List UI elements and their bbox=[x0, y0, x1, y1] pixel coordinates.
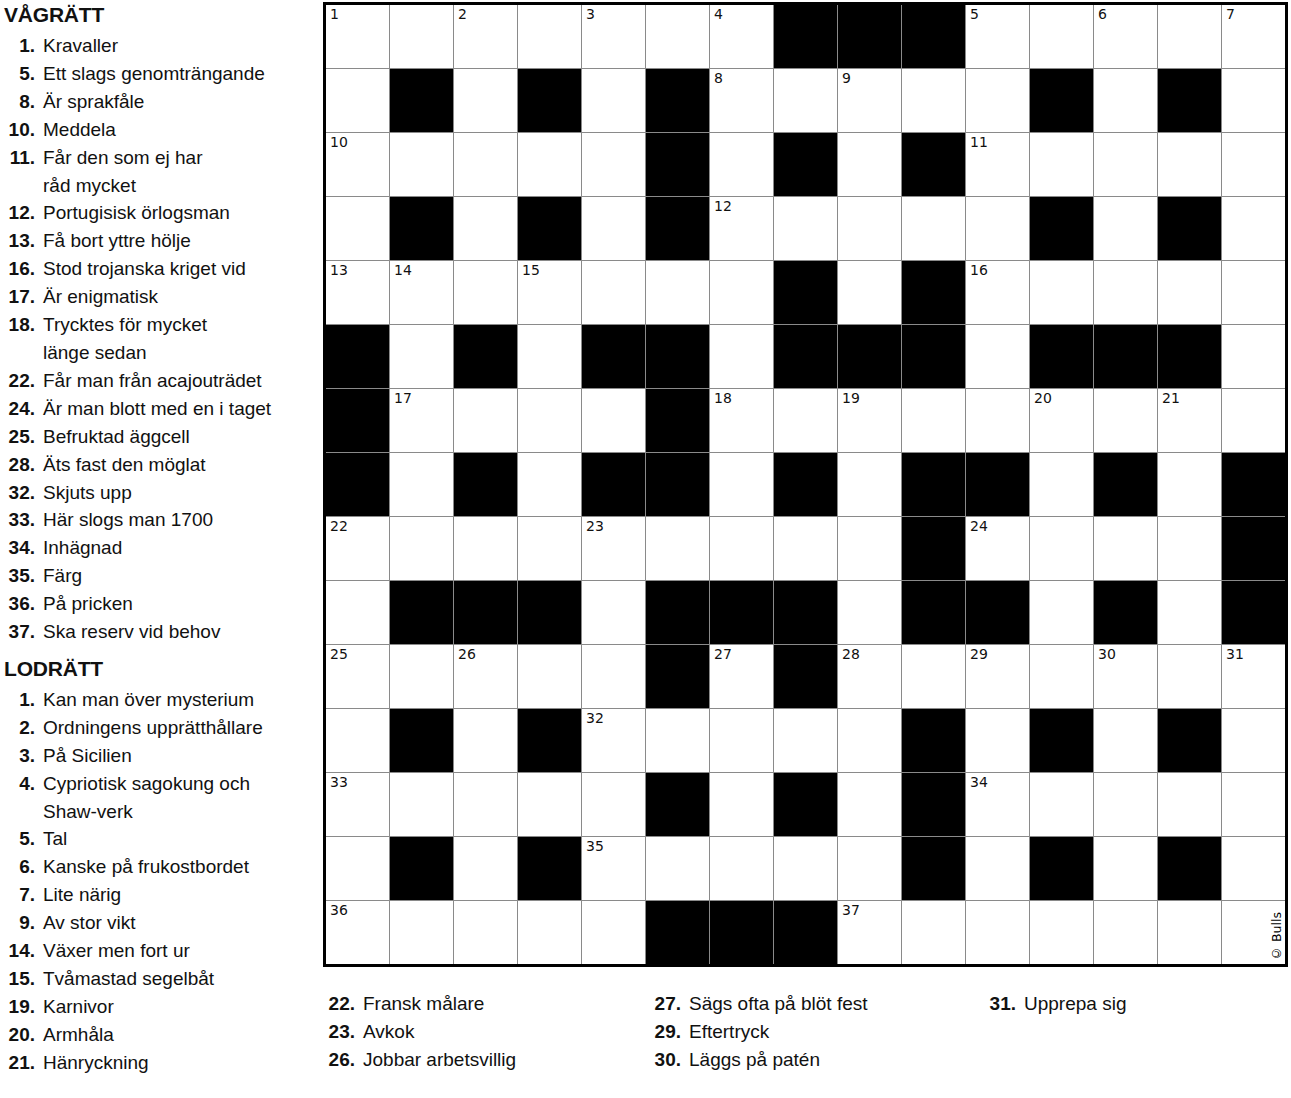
grid-cell[interactable] bbox=[1094, 69, 1157, 132]
grid-cell[interactable]: 31 bbox=[1222, 645, 1285, 708]
clue-item: 6.Kanske på frukostbordet bbox=[4, 853, 320, 881]
grid-cell[interactable]: 4 bbox=[710, 5, 773, 68]
grid-cell[interactable] bbox=[710, 517, 773, 580]
grid-cell[interactable]: 5 bbox=[966, 5, 1029, 68]
clue-text: Ska reserv vid behov bbox=[43, 618, 220, 646]
clue-item: 24.Är man blott med en i taget bbox=[4, 395, 320, 423]
clue-item: 28.Äts fast den möglat bbox=[4, 451, 320, 479]
grid-cell[interactable] bbox=[1222, 197, 1285, 260]
clue-number: 21. bbox=[4, 1049, 35, 1077]
grid-cell[interactable]: 13 bbox=[326, 261, 389, 324]
grid-cell[interactable] bbox=[582, 581, 645, 644]
grid-cell[interactable] bbox=[710, 837, 773, 900]
grid-cell[interactable] bbox=[774, 69, 837, 132]
grid-cell[interactable] bbox=[1094, 517, 1157, 580]
grid-cell[interactable] bbox=[902, 645, 965, 708]
grid-cell[interactable] bbox=[774, 517, 837, 580]
black-cell bbox=[1158, 709, 1221, 772]
grid-cell[interactable] bbox=[902, 197, 965, 260]
clue-text: Får man från acajouträdet bbox=[43, 367, 262, 395]
black-cell bbox=[1158, 69, 1221, 132]
black-cell bbox=[902, 837, 965, 900]
grid-cell[interactable]: 22 bbox=[326, 517, 389, 580]
grid-cell[interactable] bbox=[1030, 453, 1093, 516]
grid-cell[interactable] bbox=[710, 325, 773, 388]
black-cell bbox=[326, 325, 389, 388]
grid-cell[interactable] bbox=[646, 261, 709, 324]
grid-cell[interactable] bbox=[838, 133, 901, 196]
clue-number: 1. bbox=[4, 686, 35, 714]
clue-number: 7. bbox=[4, 881, 35, 909]
clue-number: 9. bbox=[4, 909, 35, 937]
grid-cell[interactable]: 28 bbox=[838, 645, 901, 708]
clue-text: Är sprakfåle bbox=[43, 88, 144, 116]
grid-cell[interactable] bbox=[1094, 197, 1157, 260]
clue-text: Sägs ofta på blöt fest bbox=[689, 990, 868, 1018]
cell-number: 30 bbox=[1098, 645, 1116, 663]
cell-number: 19 bbox=[842, 389, 860, 407]
clue-text: Stod trojanska kriget vid bbox=[43, 255, 246, 283]
across-title: VÅGRÄTT bbox=[4, 2, 320, 28]
cell-number: 12 bbox=[714, 197, 732, 215]
clue-item: 29.Eftertryck bbox=[650, 1018, 980, 1046]
clue-text: Kan man över mysterium bbox=[43, 686, 254, 714]
grid-cell[interactable]: 16 bbox=[966, 261, 1029, 324]
down-title: LODRÄTT bbox=[4, 656, 320, 682]
grid-cell[interactable] bbox=[838, 261, 901, 324]
clue-text: På Sicilien bbox=[43, 742, 132, 770]
clue-text: Tal bbox=[43, 825, 67, 853]
grid-cell[interactable] bbox=[838, 517, 901, 580]
cell-number: 17 bbox=[394, 389, 412, 407]
grid-cell[interactable] bbox=[1222, 69, 1285, 132]
cell-number: 35 bbox=[586, 837, 604, 855]
grid-cell[interactable] bbox=[1222, 773, 1285, 836]
grid-cell[interactable] bbox=[1222, 133, 1285, 196]
clue-item: 2.Ordningens upprätthållare bbox=[4, 714, 320, 742]
grid-cell[interactable] bbox=[966, 901, 1029, 964]
clue-item: 26.Jobbar arbetsvillig bbox=[324, 1046, 644, 1074]
grid-cell[interactable] bbox=[902, 901, 965, 964]
grid-cell[interactable]: 30 bbox=[1094, 645, 1157, 708]
black-cell bbox=[902, 133, 965, 196]
clue-text: Kravaller bbox=[43, 32, 118, 60]
clue-item: 18.Trycktes för mycketlänge sedan bbox=[4, 311, 320, 367]
grid-cell[interactable]: 21 bbox=[1158, 389, 1221, 452]
clue-number: 6. bbox=[4, 853, 35, 881]
cell-number: 5 bbox=[970, 5, 979, 23]
black-cell bbox=[838, 325, 901, 388]
grid-cell[interactable] bbox=[1158, 517, 1221, 580]
black-cell bbox=[518, 709, 581, 772]
grid-cell[interactable] bbox=[1222, 325, 1285, 388]
grid-cell[interactable] bbox=[1030, 645, 1093, 708]
black-cell bbox=[646, 773, 709, 836]
cell-number: 16 bbox=[970, 261, 988, 279]
grid-cell[interactable] bbox=[1094, 901, 1157, 964]
grid-cell[interactable]: 26 bbox=[454, 645, 517, 708]
grid-cell[interactable]: 10 bbox=[326, 133, 389, 196]
grid-cell[interactable]: 11 bbox=[966, 133, 1029, 196]
clue-item: 35.Färg bbox=[4, 562, 320, 590]
grid-cell[interactable]: 33 bbox=[326, 773, 389, 836]
clue-item: 5.Ett slags genomträngande bbox=[4, 60, 320, 88]
grid-cell[interactable] bbox=[646, 709, 709, 772]
grid-cell[interactable] bbox=[454, 837, 517, 900]
grid-cell[interactable] bbox=[1158, 453, 1221, 516]
cell-number: 37 bbox=[842, 901, 860, 919]
clue-number: 4. bbox=[4, 770, 35, 798]
copyright-bulls: © Bulls bbox=[1269, 912, 1284, 961]
grid-cell[interactable]: 18 bbox=[710, 389, 773, 452]
grid-cell[interactable] bbox=[582, 645, 645, 708]
grid-cell[interactable] bbox=[1094, 133, 1157, 196]
grid-cell[interactable]: 6 bbox=[1094, 5, 1157, 68]
grid-cell[interactable] bbox=[710, 709, 773, 772]
clue-item: 1.Kan man över mysterium bbox=[4, 686, 320, 714]
grid-cell[interactable] bbox=[838, 581, 901, 644]
clue-text: Få bort yttre hölje bbox=[43, 227, 191, 255]
grid-cell[interactable] bbox=[390, 325, 453, 388]
grid-cell[interactable] bbox=[966, 709, 1029, 772]
grid-cell[interactable] bbox=[582, 261, 645, 324]
grid-cell[interactable] bbox=[390, 901, 453, 964]
grid-cell[interactable] bbox=[1030, 133, 1093, 196]
black-cell bbox=[902, 5, 965, 68]
grid-cell[interactable] bbox=[838, 197, 901, 260]
cell-number: 9 bbox=[842, 69, 851, 87]
clue-item: 16.Stod trojanska kriget vid bbox=[4, 255, 320, 283]
grid-cell[interactable]: 15 bbox=[518, 261, 581, 324]
grid-cell[interactable] bbox=[1158, 645, 1221, 708]
across-clues: 1.Kravaller5.Ett slags genomträngande8.Ä… bbox=[4, 32, 320, 646]
clue-item: 3.På Sicilien bbox=[4, 742, 320, 770]
grid-cell[interactable] bbox=[390, 517, 453, 580]
grid-cell[interactable] bbox=[838, 709, 901, 772]
grid-cell[interactable] bbox=[582, 197, 645, 260]
cell-number: 20 bbox=[1034, 389, 1052, 407]
clue-number: 8. bbox=[4, 88, 35, 116]
clue-number: 22. bbox=[4, 367, 35, 395]
clue-text: Lite närig bbox=[43, 881, 121, 909]
grid-cell[interactable] bbox=[582, 69, 645, 132]
grid-cell[interactable] bbox=[1030, 901, 1093, 964]
grid-cell[interactable] bbox=[326, 69, 389, 132]
grid-cell[interactable] bbox=[518, 901, 581, 964]
grid-cell[interactable]: 2 bbox=[454, 5, 517, 68]
black-cell bbox=[774, 581, 837, 644]
grid-cell[interactable]: 14 bbox=[390, 261, 453, 324]
grid-cell[interactable] bbox=[390, 5, 453, 68]
grid-cell[interactable] bbox=[902, 69, 965, 132]
down-clues-bottom-col-3: 31.Upprepa sig bbox=[985, 990, 1285, 1018]
crossword-grid[interactable]: © Bulls 12345678910111213141516171819202… bbox=[323, 2, 1288, 967]
clue-item: 34.Inhägnad bbox=[4, 534, 320, 562]
clue-item: 12.Portugisisk örlogsman bbox=[4, 199, 320, 227]
black-cell bbox=[326, 389, 389, 452]
grid-cell[interactable] bbox=[710, 453, 773, 516]
grid-cell[interactable] bbox=[710, 261, 773, 324]
grid-cell[interactable] bbox=[966, 837, 1029, 900]
grid-cell[interactable] bbox=[390, 133, 453, 196]
black-cell bbox=[1222, 581, 1285, 644]
black-cell bbox=[518, 69, 581, 132]
grid-cell[interactable]: 7 bbox=[1222, 5, 1285, 68]
black-cell bbox=[390, 197, 453, 260]
grid-cell[interactable] bbox=[1158, 133, 1221, 196]
grid-cell[interactable] bbox=[1158, 581, 1221, 644]
grid-cell[interactable] bbox=[1030, 5, 1093, 68]
grid-cell[interactable] bbox=[518, 773, 581, 836]
grid-cell[interactable]: 8 bbox=[710, 69, 773, 132]
grid-cell[interactable] bbox=[966, 389, 1029, 452]
clue-number: 20. bbox=[4, 1021, 35, 1049]
cell-number: 13 bbox=[330, 261, 348, 279]
black-cell bbox=[710, 901, 773, 964]
clue-number: 37. bbox=[4, 618, 35, 646]
grid-cell[interactable] bbox=[1158, 5, 1221, 68]
grid-cell[interactable] bbox=[326, 197, 389, 260]
clue-text: Växer men fort ur bbox=[43, 937, 190, 965]
cell-number: 3 bbox=[586, 5, 595, 23]
grid-cell[interactable]: 23 bbox=[582, 517, 645, 580]
clue-number: 13. bbox=[4, 227, 35, 255]
grid-cell[interactable]: 20 bbox=[1030, 389, 1093, 452]
cell-number: 26 bbox=[458, 645, 476, 663]
cell-number: 4 bbox=[714, 5, 723, 23]
clue-number: 33. bbox=[4, 506, 35, 534]
grid-cell[interactable]: 25 bbox=[326, 645, 389, 708]
cell-number: 22 bbox=[330, 517, 348, 535]
grid-cell[interactable] bbox=[1094, 261, 1157, 324]
black-cell bbox=[518, 581, 581, 644]
clue-text: Hänryckning bbox=[43, 1049, 149, 1077]
grid-cell[interactable] bbox=[518, 645, 581, 708]
black-cell bbox=[646, 133, 709, 196]
grid-cell[interactable] bbox=[774, 197, 837, 260]
black-cell bbox=[454, 581, 517, 644]
clue-number: 36. bbox=[4, 590, 35, 618]
black-cell bbox=[646, 69, 709, 132]
clue-item: 4.Cypriotisk sagokung ochShaw-verk bbox=[4, 770, 320, 826]
black-cell bbox=[838, 5, 901, 68]
grid-cell[interactable] bbox=[582, 133, 645, 196]
clue-item: 5.Tal bbox=[4, 825, 320, 853]
grid-cell[interactable] bbox=[646, 5, 709, 68]
grid-cell[interactable] bbox=[646, 837, 709, 900]
black-cell bbox=[902, 581, 965, 644]
down-clues-bottom-col-1: 22.Fransk målare23.Avkok26.Jobbar arbets… bbox=[324, 990, 644, 1074]
black-cell bbox=[390, 581, 453, 644]
cell-number: 14 bbox=[394, 261, 412, 279]
grid-cell[interactable] bbox=[966, 325, 1029, 388]
black-cell bbox=[646, 325, 709, 388]
grid-cell[interactable]: 12 bbox=[710, 197, 773, 260]
black-cell bbox=[1222, 517, 1285, 580]
black-cell bbox=[390, 709, 453, 772]
grid-cell[interactable] bbox=[1222, 261, 1285, 324]
clue-text: Meddela bbox=[43, 116, 116, 144]
grid-cell[interactable] bbox=[1094, 837, 1157, 900]
black-cell bbox=[1030, 197, 1093, 260]
grid-cell[interactable]: 19 bbox=[838, 389, 901, 452]
grid-cell[interactable] bbox=[518, 133, 581, 196]
black-cell bbox=[902, 453, 965, 516]
grid-cell[interactable] bbox=[390, 645, 453, 708]
clue-item: 13.Få bort yttre hölje bbox=[4, 227, 320, 255]
grid-cell[interactable] bbox=[582, 773, 645, 836]
cell-number: 2 bbox=[458, 5, 467, 23]
clue-number: 26. bbox=[324, 1046, 355, 1074]
clue-text: Upprepa sig bbox=[1024, 990, 1126, 1018]
grid-cell[interactable] bbox=[1030, 517, 1093, 580]
grid-cell[interactable] bbox=[454, 261, 517, 324]
grid-cell[interactable] bbox=[710, 773, 773, 836]
cell-number: 25 bbox=[330, 645, 348, 663]
black-cell bbox=[1030, 69, 1093, 132]
clue-number: 1. bbox=[4, 32, 35, 60]
grid-cell[interactable]: 17 bbox=[390, 389, 453, 452]
grid-cell[interactable]: 9 bbox=[838, 69, 901, 132]
clue-item: 21.Hänryckning bbox=[4, 1049, 320, 1077]
clue-text: Tvåmastad segelbåt bbox=[43, 965, 214, 993]
clue-item: 10.Meddela bbox=[4, 116, 320, 144]
grid-cell[interactable] bbox=[518, 389, 581, 452]
clue-number: 31. bbox=[985, 990, 1016, 1018]
black-cell bbox=[454, 325, 517, 388]
clue-number: 17. bbox=[4, 283, 35, 311]
clue-item: 14.Växer men fort ur bbox=[4, 937, 320, 965]
grid-cell[interactable] bbox=[326, 837, 389, 900]
grid-cell[interactable] bbox=[582, 901, 645, 964]
grid-cell[interactable] bbox=[774, 837, 837, 900]
grid-cell[interactable] bbox=[1222, 837, 1285, 900]
grid-cell[interactable]: 24 bbox=[966, 517, 1029, 580]
clue-item: 37.Ska reserv vid behov bbox=[4, 618, 320, 646]
grid-cell[interactable] bbox=[1158, 901, 1221, 964]
grid-cell[interactable] bbox=[1030, 261, 1093, 324]
clue-text: Avkok bbox=[363, 1018, 414, 1046]
grid-cell[interactable]: 29 bbox=[966, 645, 1029, 708]
grid-cell[interactable] bbox=[1030, 581, 1093, 644]
clue-text: På pricken bbox=[43, 590, 133, 618]
black-cell bbox=[902, 325, 965, 388]
grid-cell[interactable]: 37 bbox=[838, 901, 901, 964]
clue-number: 5. bbox=[4, 825, 35, 853]
grid-cell[interactable] bbox=[454, 389, 517, 452]
clue-text: Eftertryck bbox=[689, 1018, 769, 1046]
clue-item: 22.Fransk målare bbox=[324, 990, 644, 1018]
cell-number: 10 bbox=[330, 133, 348, 151]
clue-text: Färg bbox=[43, 562, 82, 590]
grid-cell[interactable] bbox=[774, 709, 837, 772]
black-cell bbox=[902, 261, 965, 324]
clue-number: 15. bbox=[4, 965, 35, 993]
grid-cell[interactable] bbox=[1158, 261, 1221, 324]
grid-cell[interactable] bbox=[518, 5, 581, 68]
grid-cell[interactable]: 1 bbox=[326, 5, 389, 68]
grid-cell[interactable] bbox=[390, 773, 453, 836]
grid-cell[interactable]: 34 bbox=[966, 773, 1029, 836]
black-cell bbox=[774, 901, 837, 964]
grid-cell[interactable] bbox=[1222, 389, 1285, 452]
clue-text: Jobbar arbetsvillig bbox=[363, 1046, 516, 1074]
black-cell bbox=[1030, 837, 1093, 900]
grid-cell[interactable] bbox=[326, 709, 389, 772]
clue-item: 1.Kravaller bbox=[4, 32, 320, 60]
clue-item: 15.Tvåmastad segelbåt bbox=[4, 965, 320, 993]
grid-cell[interactable] bbox=[454, 133, 517, 196]
grid-cell[interactable] bbox=[518, 517, 581, 580]
grid-cell[interactable] bbox=[454, 517, 517, 580]
grid-cell[interactable] bbox=[1222, 709, 1285, 772]
grid-cell[interactable] bbox=[1094, 773, 1157, 836]
grid-cell[interactable] bbox=[390, 453, 453, 516]
clue-number: 5. bbox=[4, 60, 35, 88]
grid-cell[interactable] bbox=[966, 197, 1029, 260]
cell-number: 18 bbox=[714, 389, 732, 407]
clue-item: 22.Får man från acajouträdet bbox=[4, 367, 320, 395]
grid-cell[interactable] bbox=[838, 453, 901, 516]
grid-cell[interactable] bbox=[902, 389, 965, 452]
grid-cell[interactable] bbox=[966, 69, 1029, 132]
black-cell bbox=[646, 901, 709, 964]
clue-item: 23.Avkok bbox=[324, 1018, 644, 1046]
grid-cell[interactable] bbox=[454, 901, 517, 964]
clue-number: 35. bbox=[4, 562, 35, 590]
clue-text: Befruktad äggcell bbox=[43, 423, 190, 451]
grid-cell[interactable]: 27 bbox=[710, 645, 773, 708]
cell-number: 34 bbox=[970, 773, 988, 791]
grid-cell[interactable] bbox=[582, 389, 645, 452]
grid-cell[interactable] bbox=[518, 325, 581, 388]
grid-cell[interactable] bbox=[1094, 389, 1157, 452]
black-cell bbox=[1094, 453, 1157, 516]
grid-cell[interactable] bbox=[454, 709, 517, 772]
grid-cell[interactable] bbox=[838, 837, 901, 900]
grid-cell[interactable] bbox=[1030, 773, 1093, 836]
grid-cell[interactable] bbox=[518, 453, 581, 516]
grid-cell[interactable] bbox=[710, 133, 773, 196]
grid-cell[interactable] bbox=[454, 197, 517, 260]
clue-item: 17.Är enigmatisk bbox=[4, 283, 320, 311]
grid-cell[interactable] bbox=[838, 773, 901, 836]
grid-cell[interactable]: 36 bbox=[326, 901, 389, 964]
grid-cell[interactable] bbox=[774, 389, 837, 452]
black-cell bbox=[774, 133, 837, 196]
grid-cell[interactable] bbox=[454, 773, 517, 836]
black-cell bbox=[1158, 197, 1221, 260]
clue-item: 25.Befruktad äggcell bbox=[4, 423, 320, 451]
grid-cell[interactable] bbox=[1158, 773, 1221, 836]
grid-cell[interactable] bbox=[326, 581, 389, 644]
grid-cell[interactable]: 3 bbox=[582, 5, 645, 68]
clue-item: 36.På pricken bbox=[4, 590, 320, 618]
grid-cell[interactable] bbox=[646, 517, 709, 580]
clue-item: 31.Upprepa sig bbox=[985, 990, 1285, 1018]
cell-number: 7 bbox=[1226, 5, 1235, 23]
clue-number: 32. bbox=[4, 479, 35, 507]
clue-number: 23. bbox=[324, 1018, 355, 1046]
black-cell bbox=[1222, 453, 1285, 516]
clue-text: Är enigmatisk bbox=[43, 283, 158, 311]
grid-cell[interactable] bbox=[1094, 709, 1157, 772]
grid-cell[interactable]: 32 bbox=[582, 709, 645, 772]
grid-cell[interactable]: 35 bbox=[582, 837, 645, 900]
grid-cell[interactable] bbox=[454, 69, 517, 132]
clue-number: 14. bbox=[4, 937, 35, 965]
clue-text: Ordningens upprätthållare bbox=[43, 714, 263, 742]
